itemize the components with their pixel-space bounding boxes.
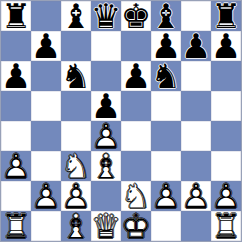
black-pawn-glyph: ♟ bbox=[181, 31, 211, 61]
white-queen-outline: ♕ bbox=[91, 211, 121, 241]
square-a6[interactable]: ♟ bbox=[1, 61, 31, 91]
white-pawn[interactable]: ♟♙ bbox=[1, 151, 31, 181]
square-f1[interactable] bbox=[151, 211, 181, 241]
square-h6[interactable] bbox=[211, 61, 241, 91]
white-pawn-outline: ♙ bbox=[1, 151, 31, 181]
white-pawn-outline: ♙ bbox=[31, 181, 61, 211]
square-a8[interactable]: ♜ bbox=[1, 1, 31, 31]
square-f2[interactable]: ♟♙ bbox=[151, 181, 181, 211]
square-b6[interactable] bbox=[31, 61, 61, 91]
black-pawn[interactable]: ♟ bbox=[211, 31, 241, 61]
chess-board: ♜♝♛♚♝♜♟♟♟♟♟♞♟♞♟♟♙♟♙♞♘♝♗♟♙♟♙♞♘♟♙♟♙♟♙♜♖♝♗♛… bbox=[0, 0, 242, 242]
square-d8[interactable]: ♛ bbox=[91, 1, 121, 31]
square-f4[interactable] bbox=[151, 121, 181, 151]
square-g4[interactable] bbox=[181, 121, 211, 151]
square-e4[interactable] bbox=[121, 121, 151, 151]
black-rook-glyph: ♜ bbox=[1, 1, 31, 31]
white-rook[interactable]: ♜♖ bbox=[211, 211, 241, 241]
black-pawn-glyph: ♟ bbox=[121, 61, 151, 91]
square-g7[interactable]: ♟ bbox=[181, 31, 211, 61]
black-queen[interactable]: ♛ bbox=[91, 1, 121, 31]
white-king-outline: ♔ bbox=[121, 211, 151, 241]
white-bishop[interactable]: ♝♗ bbox=[91, 151, 121, 181]
square-a3[interactable]: ♟♙ bbox=[1, 151, 31, 181]
white-rook-outline: ♖ bbox=[211, 211, 241, 241]
white-bishop[interactable]: ♝♗ bbox=[61, 211, 91, 241]
square-e1[interactable]: ♚♔ bbox=[121, 211, 151, 241]
square-c5[interactable] bbox=[61, 91, 91, 121]
black-king[interactable]: ♚ bbox=[121, 1, 151, 31]
white-pawn-outline: ♙ bbox=[151, 181, 181, 211]
square-e5[interactable] bbox=[121, 91, 151, 121]
white-pawn[interactable]: ♟♙ bbox=[151, 181, 181, 211]
white-bishop-outline: ♗ bbox=[91, 151, 121, 181]
black-pawn[interactable]: ♟ bbox=[181, 31, 211, 61]
white-rook[interactable]: ♜♖ bbox=[1, 211, 31, 241]
square-f6[interactable]: ♞ bbox=[151, 61, 181, 91]
black-pawn-glyph: ♟ bbox=[1, 61, 31, 91]
black-knight[interactable]: ♞ bbox=[151, 61, 181, 91]
black-bishop-glyph: ♝ bbox=[61, 1, 91, 31]
square-d1[interactable]: ♛♕ bbox=[91, 211, 121, 241]
square-a5[interactable] bbox=[1, 91, 31, 121]
square-d3[interactable]: ♝♗ bbox=[91, 151, 121, 181]
black-rook[interactable]: ♜ bbox=[1, 1, 31, 31]
black-pawn-glyph: ♟ bbox=[31, 31, 61, 61]
square-g6[interactable] bbox=[181, 61, 211, 91]
square-h7[interactable]: ♟ bbox=[211, 31, 241, 61]
white-bishop-outline: ♗ bbox=[61, 211, 91, 241]
square-f5[interactable] bbox=[151, 91, 181, 121]
black-pawn[interactable]: ♟ bbox=[1, 61, 31, 91]
square-c8[interactable]: ♝ bbox=[61, 1, 91, 31]
square-d7[interactable] bbox=[91, 31, 121, 61]
white-pawn[interactable]: ♟♙ bbox=[31, 181, 61, 211]
square-b1[interactable] bbox=[31, 211, 61, 241]
square-g1[interactable] bbox=[181, 211, 211, 241]
black-pawn-glyph: ♟ bbox=[211, 31, 241, 61]
black-knight-glyph: ♞ bbox=[151, 61, 181, 91]
square-c1[interactable]: ♝♗ bbox=[61, 211, 91, 241]
square-h5[interactable] bbox=[211, 91, 241, 121]
square-h4[interactable] bbox=[211, 121, 241, 151]
black-bishop[interactable]: ♝ bbox=[61, 1, 91, 31]
black-pawn[interactable]: ♟ bbox=[121, 61, 151, 91]
square-e8[interactable]: ♚ bbox=[121, 1, 151, 31]
white-pawn-outline: ♙ bbox=[181, 181, 211, 211]
white-king[interactable]: ♚♔ bbox=[121, 211, 151, 241]
square-b4[interactable] bbox=[31, 121, 61, 151]
square-g2[interactable]: ♟♙ bbox=[181, 181, 211, 211]
black-knight[interactable]: ♞ bbox=[61, 61, 91, 91]
black-king-glyph: ♚ bbox=[121, 1, 151, 31]
white-pawn[interactable]: ♟♙ bbox=[181, 181, 211, 211]
square-c6[interactable]: ♞ bbox=[61, 61, 91, 91]
square-h1[interactable]: ♜♖ bbox=[211, 211, 241, 241]
square-a1[interactable]: ♜♖ bbox=[1, 211, 31, 241]
square-b5[interactable] bbox=[31, 91, 61, 121]
black-queen-glyph: ♛ bbox=[91, 1, 121, 31]
square-b7[interactable]: ♟ bbox=[31, 31, 61, 61]
white-rook-outline: ♖ bbox=[1, 211, 31, 241]
square-e6[interactable]: ♟ bbox=[121, 61, 151, 91]
square-g5[interactable] bbox=[181, 91, 211, 121]
black-pawn[interactable]: ♟ bbox=[31, 31, 61, 61]
square-b2[interactable]: ♟♙ bbox=[31, 181, 61, 211]
white-queen[interactable]: ♛♕ bbox=[91, 211, 121, 241]
black-knight-glyph: ♞ bbox=[61, 61, 91, 91]
